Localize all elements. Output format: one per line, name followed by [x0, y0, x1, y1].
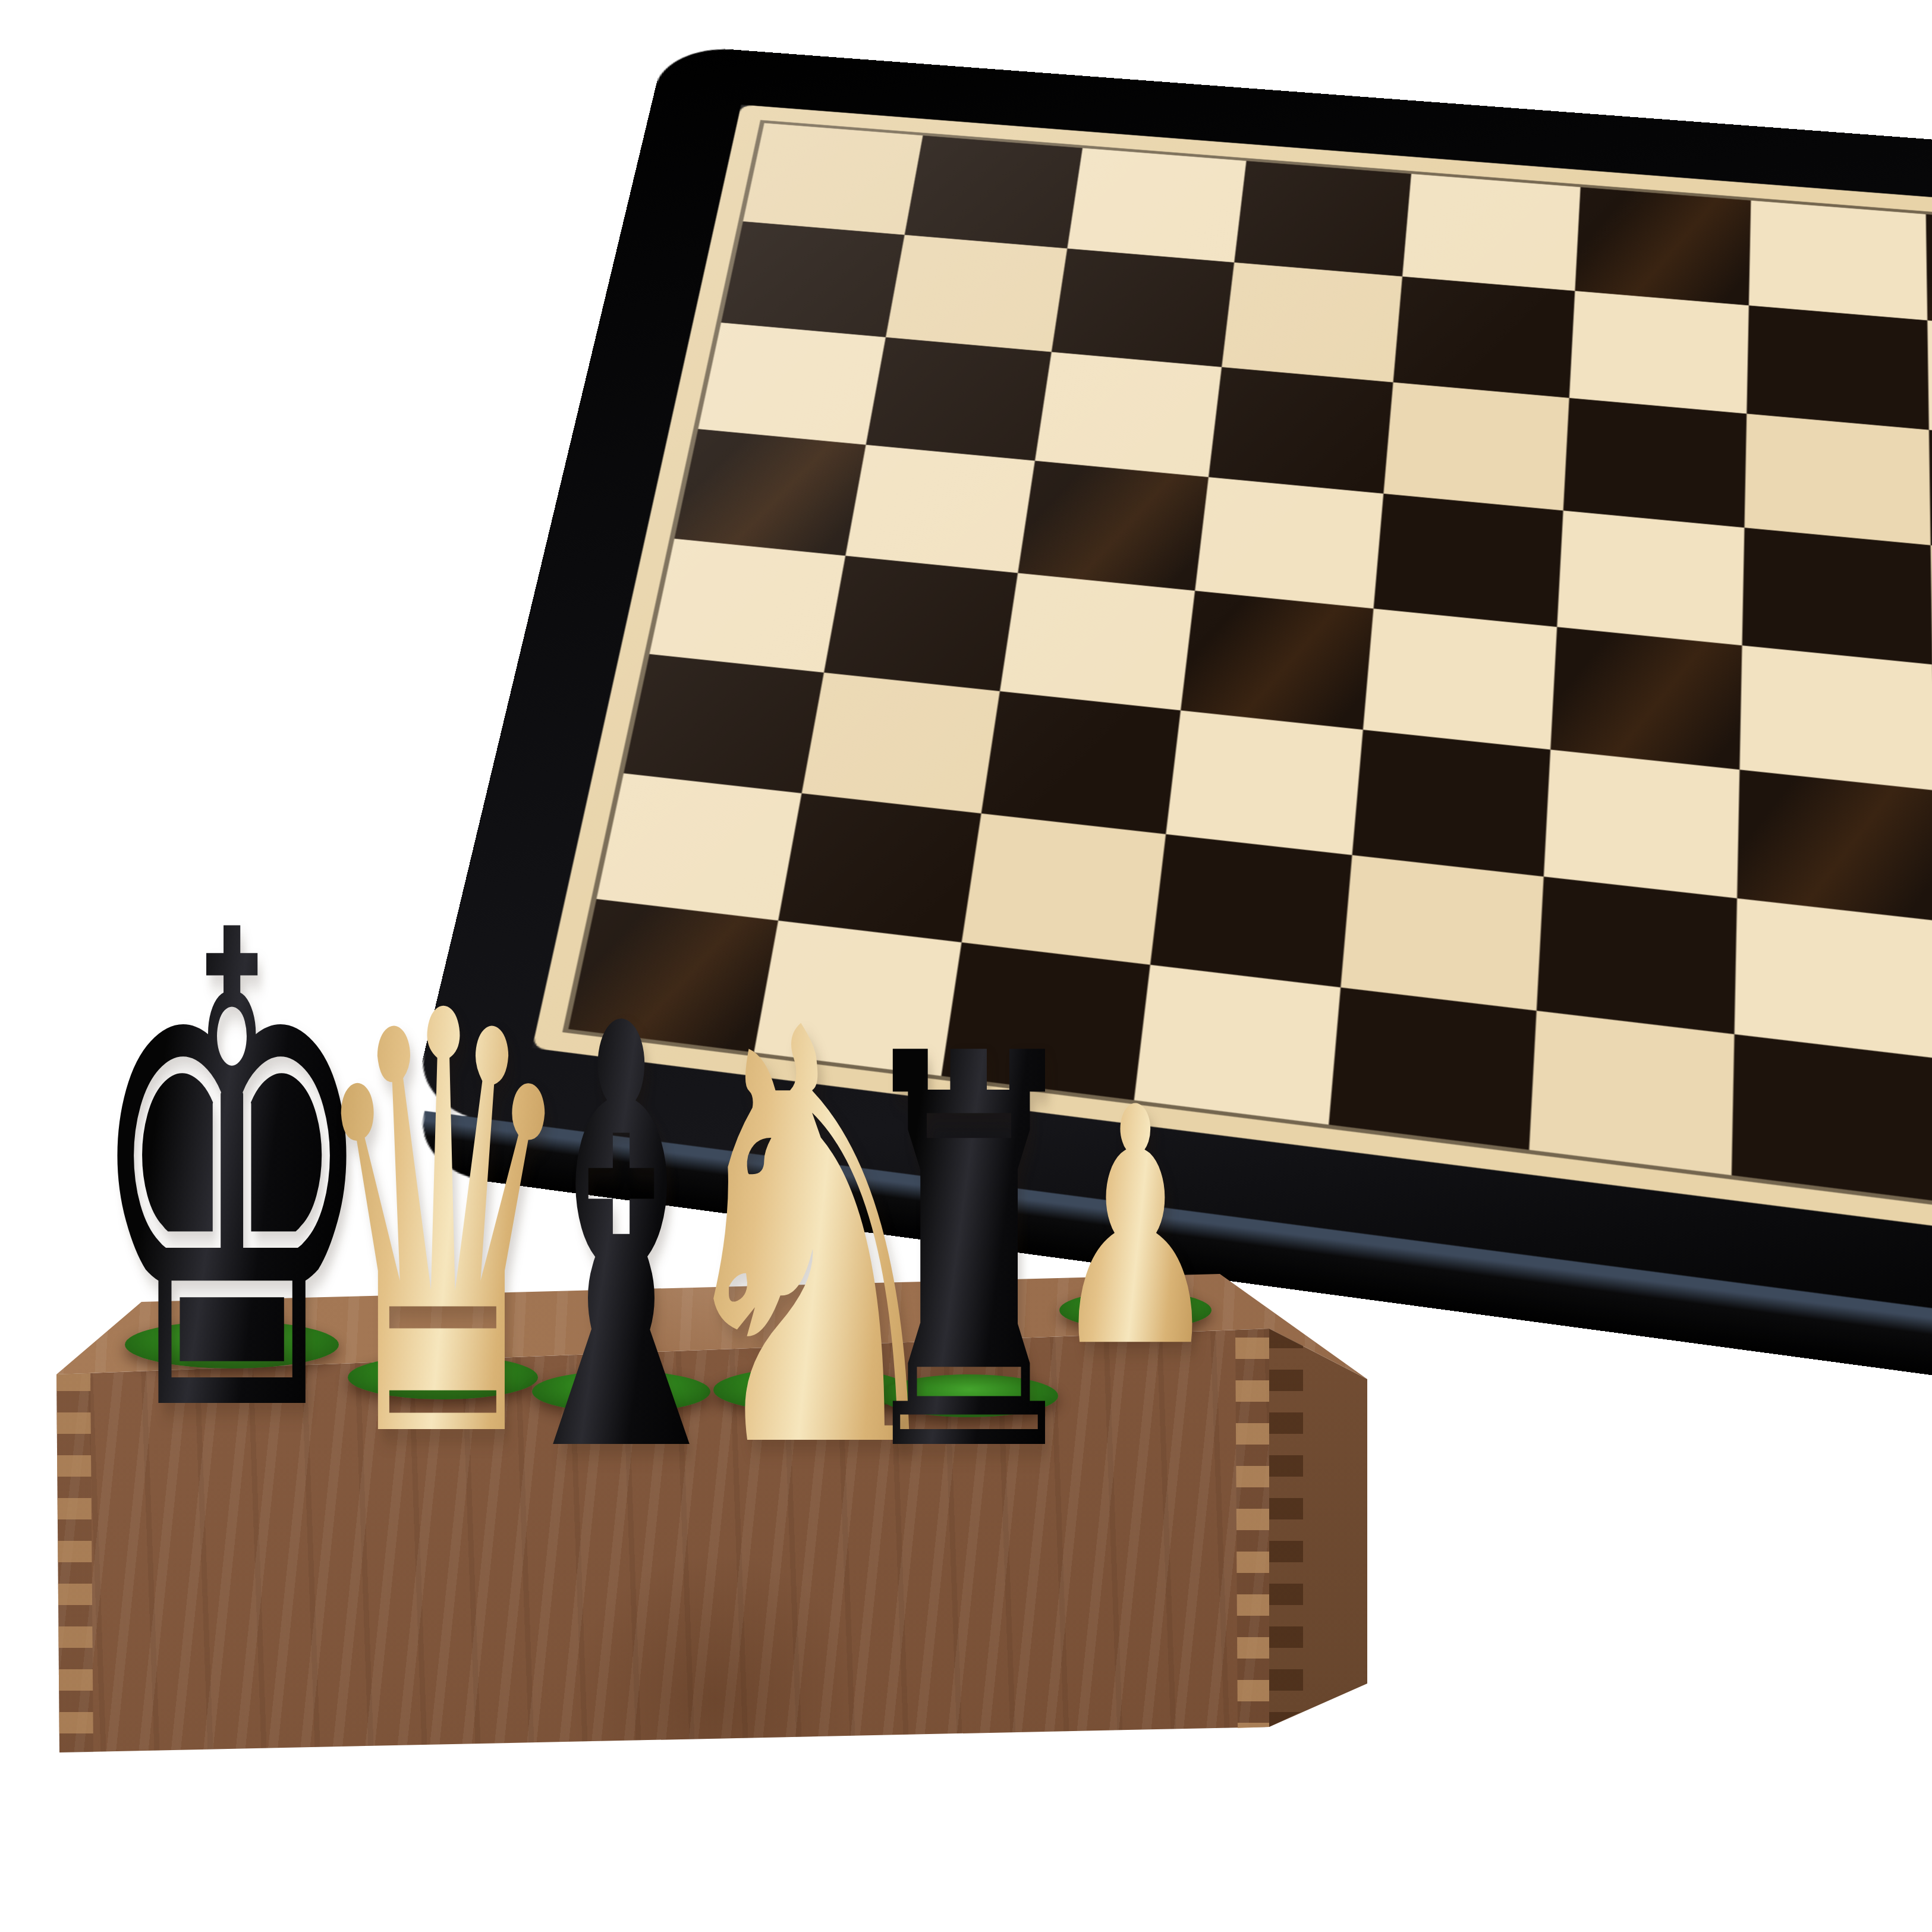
square-d4 — [1180, 591, 1374, 729]
square-f7 — [1568, 290, 1749, 414]
square-b4 — [823, 556, 1018, 691]
piece-white-pawn: ♟ — [1050, 1065, 1220, 1392]
square-f1 — [1528, 1010, 1735, 1175]
square-c3 — [981, 691, 1180, 834]
square-a5 — [674, 429, 865, 556]
square-b3 — [801, 672, 1000, 813]
square-c7 — [1052, 248, 1234, 367]
square-b7 — [885, 234, 1068, 352]
square-h8 — [1925, 214, 1932, 335]
square-e4 — [1363, 609, 1556, 749]
square-g3 — [1737, 769, 1932, 921]
square-f6 — [1562, 398, 1747, 527]
square-e1 — [1329, 987, 1535, 1150]
square-g1 — [1732, 1034, 1932, 1201]
square-e8 — [1402, 174, 1579, 290]
square-a2 — [597, 773, 801, 920]
square-d6 — [1208, 367, 1393, 493]
square-c4 — [1000, 573, 1194, 710]
square-a4 — [650, 539, 845, 672]
square-f8 — [1574, 187, 1751, 305]
square-b6 — [865, 337, 1051, 460]
square-e3 — [1352, 729, 1550, 877]
square-f4 — [1550, 627, 1742, 769]
square-f3 — [1543, 749, 1739, 898]
square-d7 — [1221, 262, 1402, 383]
square-d8 — [1234, 161, 1411, 276]
square-e6 — [1383, 382, 1568, 510]
square-d3 — [1165, 710, 1363, 855]
square-a7 — [721, 221, 904, 338]
square-c8 — [1067, 148, 1245, 262]
square-g4 — [1739, 646, 1932, 789]
square-e5 — [1374, 493, 1563, 627]
square-g2 — [1735, 898, 1932, 1058]
square-g7 — [1747, 305, 1928, 430]
square-d5 — [1194, 477, 1384, 609]
square-g6 — [1744, 414, 1930, 545]
square-a8 — [743, 123, 922, 234]
square-f2 — [1535, 876, 1737, 1033]
square-g5 — [1742, 527, 1932, 665]
square-c6 — [1035, 352, 1221, 477]
square-e7 — [1393, 276, 1574, 398]
square-b8 — [904, 136, 1083, 248]
square-c5 — [1018, 460, 1207, 590]
square-d2 — [1150, 834, 1352, 987]
square-a3 — [624, 653, 823, 793]
square-f5 — [1556, 510, 1745, 646]
square-a6 — [698, 323, 885, 445]
square-e2 — [1341, 855, 1543, 1010]
square-b5 — [845, 444, 1035, 573]
square-g8 — [1749, 200, 1927, 320]
product-photo: { "game": "chess", "position": { "fen": … — [0, 0, 1932, 1932]
